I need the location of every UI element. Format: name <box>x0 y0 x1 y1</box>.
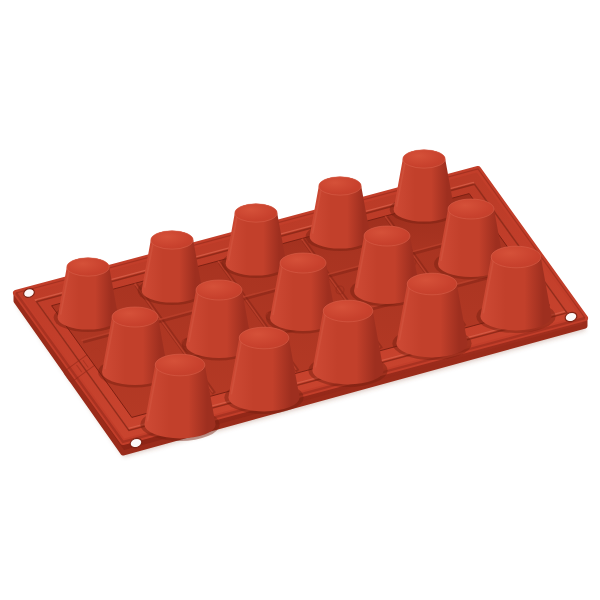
cone-top-face <box>151 231 193 249</box>
cone-top-face <box>319 177 361 195</box>
cone-top-face <box>280 253 326 273</box>
cone-top-face <box>403 150 445 168</box>
cone-top-face <box>196 280 242 300</box>
cone-top-face <box>155 354 205 376</box>
cone-top-face <box>239 327 289 349</box>
cone-top-face <box>235 204 277 222</box>
cone-top-face <box>323 300 373 322</box>
product-photo-canvas <box>0 0 600 600</box>
silicone-mold-photo <box>0 0 600 600</box>
cone-top-face <box>67 258 109 276</box>
cone-top-face <box>112 307 158 327</box>
cone-top-face <box>364 226 410 246</box>
cone-top-face <box>407 273 457 295</box>
cone-top-face <box>448 199 494 219</box>
cone-top-face <box>491 246 541 268</box>
mold-photo-svg <box>0 0 600 600</box>
